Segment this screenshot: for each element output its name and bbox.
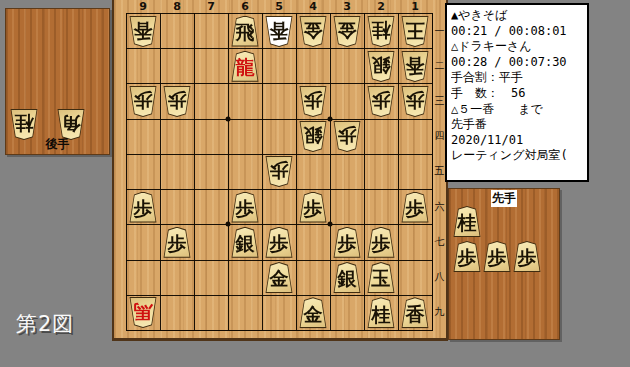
piece-kanji: 歩 [270, 157, 289, 183]
piece-face: 龍 [232, 52, 258, 81]
piece-kanji: 歩 [518, 245, 537, 271]
piece-face: 香 [130, 17, 156, 46]
piece-face: 歩 [368, 228, 394, 257]
sente-hand-piece[interactable]: 桂 [453, 206, 481, 237]
piece-kanji: 歩 [488, 245, 507, 271]
piece-face: 金 [300, 298, 326, 327]
piece-face: 銀 [368, 52, 394, 81]
shogi-app-window: 桂角 後手 987654321 一二三四五六七八九 香飛香金金桂王龍銀香歩歩歩歩… [0, 0, 630, 367]
piece-face: 歩 [334, 228, 360, 257]
piece-kanji: 銀 [236, 231, 255, 257]
piece-face: 桂 [11, 110, 37, 139]
piece-face: 銀 [300, 122, 326, 151]
rank-label: 七 [433, 224, 446, 259]
piece-1六[interactable]: 歩 [401, 192, 429, 223]
piece-kanji: 歩 [236, 196, 255, 222]
piece-4六[interactable]: 歩 [299, 192, 327, 223]
piece-kanji: 飛 [236, 20, 255, 46]
sente-hand-piece[interactable]: 歩 [453, 241, 481, 272]
piece-face: 歩 [484, 242, 510, 271]
piece-2二[interactable]: 銀 [367, 51, 395, 82]
piece-face: 歩 [164, 228, 190, 257]
rank-label: 六 [433, 189, 446, 224]
piece-2三[interactable]: 歩 [367, 86, 395, 117]
file-label: 5 [262, 0, 296, 13]
piece-face: 桂 [454, 207, 480, 236]
file-label: 4 [296, 0, 330, 13]
piece-5七[interactable]: 歩 [265, 227, 293, 258]
sente-captured-tray: 先手 桂歩歩歩 [448, 188, 560, 340]
piece-kanji: 玉 [372, 266, 391, 292]
piece-face: 歩 [334, 122, 360, 151]
sente-clock: 00:21 / 00:08:01 [451, 24, 584, 40]
piece-kanji: 歩 [338, 231, 357, 257]
star-point [226, 116, 231, 121]
piece-3四[interactable]: 歩 [333, 121, 361, 152]
piece-kanji: 香 [406, 302, 425, 328]
piece-kanji: 歩 [270, 231, 289, 257]
piece-5五[interactable]: 歩 [265, 156, 293, 187]
piece-kanji: 歩 [372, 87, 391, 113]
game-info-panel: ▲やきそば 00:21 / 00:08:01 △ドラキーさん 00:28 / 0… [445, 3, 589, 182]
file-label: 8 [160, 0, 194, 13]
piece-face: 桂 [368, 298, 394, 327]
piece-face: 歩 [266, 228, 292, 257]
piece-kanji: 金 [304, 17, 323, 43]
piece-face: 歩 [130, 193, 156, 222]
last-move-line: △５一香 まで [451, 102, 584, 118]
piece-kanji: 香 [270, 17, 289, 43]
sente-hand-piece[interactable]: 歩 [483, 241, 511, 272]
file-label: 2 [364, 0, 398, 13]
piece-1二[interactable]: 香 [401, 51, 429, 82]
piece-kanji: 歩 [168, 231, 187, 257]
piece-kanji: 歩 [406, 87, 425, 113]
piece-kanji: 歩 [168, 87, 187, 113]
piece-4九[interactable]: 金 [299, 297, 327, 328]
piece-kanji: 王 [406, 17, 425, 43]
piece-face: 香 [266, 17, 292, 46]
piece-kanji: 桂 [458, 210, 477, 236]
piece-face: 馬 [130, 298, 156, 327]
piece-face: 歩 [454, 242, 480, 271]
piece-5一[interactable]: 香 [265, 16, 293, 47]
star-point [328, 222, 333, 227]
piece-kanji: 桂 [372, 17, 391, 43]
piece-6一[interactable]: 飛 [231, 16, 259, 47]
gote-player-name: △ドラキーさん [451, 39, 584, 55]
piece-face: 歩 [402, 193, 428, 222]
piece-9六[interactable]: 歩 [129, 192, 157, 223]
piece-kanji: 歩 [134, 87, 153, 113]
rank-label: 九 [433, 295, 446, 330]
piece-3八[interactable]: 銀 [333, 262, 361, 293]
piece-face: 銀 [232, 228, 258, 257]
gote-captured-tray: 桂角 後手 [5, 8, 110, 155]
file-label: 6 [228, 0, 262, 13]
sente-hand-piece[interactable]: 歩 [513, 241, 541, 272]
piece-kanji: 歩 [304, 87, 323, 113]
file-label: 3 [330, 0, 364, 13]
piece-kanji: 歩 [458, 245, 477, 271]
piece-5八[interactable]: 金 [265, 262, 293, 293]
piece-kanji: 歩 [134, 196, 153, 222]
piece-2一[interactable]: 桂 [367, 16, 395, 47]
piece-6六[interactable]: 歩 [231, 192, 259, 223]
gote-label: 後手 [46, 136, 70, 153]
file-label: 7 [194, 0, 228, 13]
piece-kanji: 銀 [372, 52, 391, 78]
board-grid[interactable]: 香飛香金金桂王龍銀香歩歩歩歩歩銀歩歩歩歩歩歩歩銀歩歩歩金銀玉馬金桂香 [126, 13, 433, 331]
turn-line: 先手番 [451, 117, 584, 133]
piece-kanji: 桂 [15, 110, 34, 136]
piece-kanji: 龍 [236, 55, 255, 81]
piece-face: 銀 [334, 263, 360, 292]
piece-face: 香 [402, 52, 428, 81]
piece-3一[interactable]: 金 [333, 16, 361, 47]
piece-face: 角 [58, 110, 84, 139]
sente-player-name: ▲やきそば [451, 8, 584, 24]
sente-label: 先手 [491, 190, 517, 207]
piece-kanji: 銀 [304, 122, 323, 148]
piece-8七[interactable]: 歩 [163, 227, 191, 258]
handicap-line: 手合割：平手 [451, 70, 584, 86]
piece-1九[interactable]: 香 [401, 297, 429, 328]
piece-9九[interactable]: 馬 [129, 297, 157, 328]
piece-4四[interactable]: 銀 [299, 121, 327, 152]
file-label: 9 [126, 0, 160, 13]
piece-6二[interactable]: 龍 [231, 51, 259, 82]
piece-9一[interactable]: 香 [129, 16, 157, 47]
star-point [328, 116, 333, 121]
piece-face: 歩 [130, 87, 156, 116]
piece-kanji: 歩 [338, 122, 357, 148]
piece-face: 歩 [402, 87, 428, 116]
piece-1一[interactable]: 王 [401, 16, 429, 47]
piece-kanji: 銀 [338, 266, 357, 292]
piece-4三[interactable]: 歩 [299, 86, 327, 117]
file-coordinate-labels: 987654321 [126, 0, 432, 13]
piece-face: 金 [266, 263, 292, 292]
room-line: レーティング対局室( [451, 148, 584, 164]
piece-kanji: 香 [134, 17, 153, 43]
piece-face: 桂 [368, 17, 394, 46]
piece-face: 飛 [232, 17, 258, 46]
piece-kanji: 香 [406, 52, 425, 78]
piece-face: 金 [334, 17, 360, 46]
piece-1三[interactable]: 歩 [401, 86, 429, 117]
shogi-board: 987654321 一二三四五六七八九 香飛香金金桂王龍銀香歩歩歩歩歩銀歩歩歩歩… [112, 0, 448, 341]
date-line: 2020/11/01 [451, 133, 584, 149]
move-count-line: 手 数： 56 [451, 86, 584, 102]
gote-hand-piece[interactable]: 桂 [10, 109, 38, 140]
gote-clock: 00:28 / 00:07:30 [451, 55, 584, 71]
piece-9三[interactable]: 歩 [129, 86, 157, 117]
piece-kanji: 馬 [134, 298, 153, 324]
piece-2九[interactable]: 桂 [367, 297, 395, 328]
piece-face: 玉 [368, 263, 394, 292]
piece-face: 王 [402, 17, 428, 46]
piece-2七[interactable]: 歩 [367, 227, 395, 258]
star-point [226, 222, 231, 227]
file-label: 1 [398, 0, 432, 13]
piece-face: 歩 [300, 193, 326, 222]
piece-2八[interactable]: 玉 [367, 262, 395, 293]
piece-4一[interactable]: 金 [299, 16, 327, 47]
piece-kanji: 桂 [372, 302, 391, 328]
piece-face: 歩 [266, 157, 292, 186]
piece-face: 金 [300, 17, 326, 46]
piece-kanji: 歩 [406, 196, 425, 222]
piece-kanji: 金 [270, 266, 289, 292]
piece-face: 歩 [368, 87, 394, 116]
piece-face: 歩 [514, 242, 540, 271]
piece-kanji: 歩 [304, 196, 323, 222]
piece-6七[interactable]: 銀 [231, 227, 259, 258]
piece-8三[interactable]: 歩 [163, 86, 191, 117]
piece-face: 歩 [300, 87, 326, 116]
piece-face: 歩 [232, 193, 258, 222]
piece-kanji: 金 [338, 17, 357, 43]
piece-kanji: 角 [62, 110, 81, 136]
piece-face: 歩 [164, 87, 190, 116]
piece-kanji: 歩 [372, 231, 391, 257]
figure-caption: 第2図 [16, 310, 74, 338]
piece-face: 香 [402, 298, 428, 327]
piece-3七[interactable]: 歩 [333, 227, 361, 258]
rank-label: 八 [433, 260, 446, 295]
piece-kanji: 金 [304, 302, 323, 328]
